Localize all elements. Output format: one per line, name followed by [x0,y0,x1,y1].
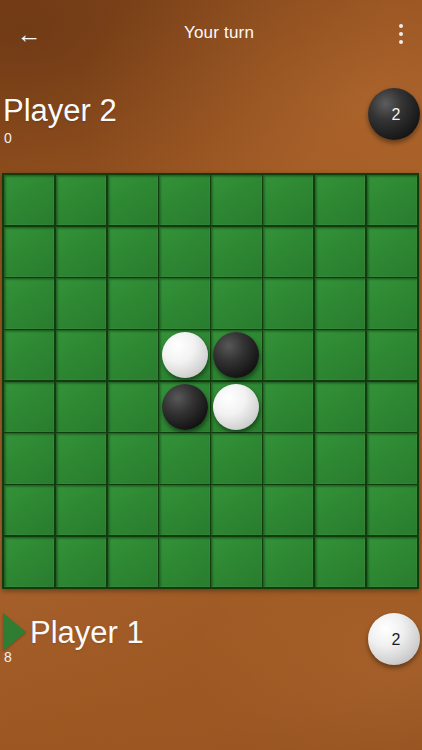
board-cell-d1[interactable] [159,175,209,225]
board-cell-e4[interactable] [211,330,261,380]
board-cell-g4[interactable] [315,330,365,380]
board-cell-b8[interactable] [56,537,106,587]
board-cell-b4[interactable] [56,330,106,380]
player2-disc-counter: 2 [368,88,420,140]
kebab-menu-icon [388,24,414,45]
board-cell-f5[interactable] [263,382,313,432]
board-cell-h1[interactable] [367,175,417,225]
board-cell-d4[interactable] [159,330,209,380]
board-cell-e6[interactable] [211,433,261,483]
board-cell-d7[interactable] [159,485,209,535]
board-cell-a2[interactable] [4,227,54,277]
board-cell-a7[interactable] [4,485,54,535]
board-cell-f6[interactable] [263,433,313,483]
board-cell-f4[interactable] [263,330,313,380]
board-cell-b1[interactable] [56,175,106,225]
overflow-menu-button[interactable] [388,18,414,50]
board-cell-h3[interactable] [367,278,417,328]
board-cell-d6[interactable] [159,433,209,483]
board-cell-g5[interactable] [315,382,365,432]
board-cell-a6[interactable] [4,433,54,483]
board-cell-b5[interactable] [56,382,106,432]
board-cell-e7[interactable] [211,485,261,535]
board-cell-c4[interactable] [108,330,158,380]
board-cell-h4[interactable] [367,330,417,380]
board-cell-e1[interactable] [211,175,261,225]
board-cell-a5[interactable] [4,382,54,432]
board-cell-c7[interactable] [108,485,158,535]
board-cell-d2[interactable] [159,227,209,277]
board-cell-c1[interactable] [108,175,158,225]
white-disc [213,384,259,430]
board-cell-a3[interactable] [4,278,54,328]
board-cell-h8[interactable] [367,537,417,587]
player1-disc-count: 2 [392,631,401,649]
player2-secondary-value: 0 [4,130,12,146]
othello-board [2,173,419,589]
board-cell-f8[interactable] [263,537,313,587]
board-cell-g1[interactable] [315,175,365,225]
board-cell-g8[interactable] [315,537,365,587]
board-cell-h2[interactable] [367,227,417,277]
board-cell-f3[interactable] [263,278,313,328]
board-cell-g3[interactable] [315,278,365,328]
board-cell-b7[interactable] [56,485,106,535]
board-cell-b6[interactable] [56,433,106,483]
board-cell-d5[interactable] [159,382,209,432]
player1-name: Player 1 [30,617,144,649]
board-cell-a1[interactable] [4,175,54,225]
white-disc [162,332,208,378]
player1-disc-counter: 2 [368,613,420,665]
board-cell-f7[interactable] [263,485,313,535]
board-cell-a8[interactable] [4,537,54,587]
player2-disc-count: 2 [392,106,401,124]
board-cell-c6[interactable] [108,433,158,483]
black-disc [213,332,259,378]
board-cell-g6[interactable] [315,433,365,483]
black-disc [162,384,208,430]
board-cell-c5[interactable] [108,382,158,432]
board-cell-b2[interactable] [56,227,106,277]
board-cell-f2[interactable] [263,227,313,277]
board-cell-h7[interactable] [367,485,417,535]
board-cell-h6[interactable] [367,433,417,483]
board-cell-e8[interactable] [211,537,261,587]
board-cell-f1[interactable] [263,175,313,225]
board-cell-g2[interactable] [315,227,365,277]
board-cell-e3[interactable] [211,278,261,328]
board-cell-c8[interactable] [108,537,158,587]
player1-secondary-value: 8 [4,649,12,665]
player2-name: Player 2 [3,95,117,127]
board-cell-g7[interactable] [315,485,365,535]
board-cell-b3[interactable] [56,278,106,328]
board-cell-c3[interactable] [108,278,158,328]
board-cell-h5[interactable] [367,382,417,432]
game-screen: ← Your turn Player 2 0 2 Player 1 8 2 [0,0,422,750]
app-bar: ← Your turn [0,0,422,56]
board-cell-a4[interactable] [4,330,54,380]
board-cell-d8[interactable] [159,537,209,587]
turn-indicator-icon [3,613,26,651]
board-cell-c2[interactable] [108,227,158,277]
board-cell-d3[interactable] [159,278,209,328]
board-cell-e2[interactable] [211,227,261,277]
app-bar-title: Your turn [8,23,422,43]
board-cell-e5[interactable] [211,382,261,432]
